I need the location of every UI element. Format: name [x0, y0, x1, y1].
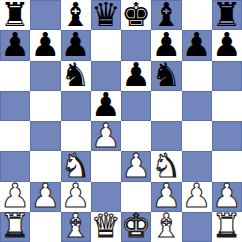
white-rook-piece[interactable]: ♜: [212, 209, 242, 242]
black-knight-piece[interactable]: ♞: [61, 58, 91, 91]
square-b1[interactable]: [30, 212, 60, 242]
square-g7[interactable]: ♟: [182, 30, 212, 60]
white-bishop-piece[interactable]: ♝: [61, 209, 91, 242]
square-c6[interactable]: ♞: [61, 61, 91, 91]
square-d1[interactable]: ♛: [91, 212, 121, 242]
square-h1[interactable]: ♜: [212, 212, 242, 242]
square-f6[interactable]: ♞: [151, 61, 181, 91]
white-rook-piece[interactable]: ♜: [0, 209, 30, 242]
square-a1[interactable]: ♜: [0, 212, 30, 242]
square-a7[interactable]: ♟: [0, 30, 30, 60]
square-h5[interactable]: [212, 91, 242, 121]
white-pawn-piece[interactable]: ♟: [91, 119, 121, 152]
square-e8[interactable]: ♚: [121, 0, 151, 30]
square-b2[interactable]: ♟: [30, 182, 60, 212]
square-b4[interactable]: [30, 121, 60, 151]
square-f1[interactable]: ♝: [151, 212, 181, 242]
white-king-piece[interactable]: ♚: [121, 209, 151, 242]
square-g5[interactable]: [182, 91, 212, 121]
white-pawn-piece[interactable]: ♟: [31, 179, 61, 212]
square-a4[interactable]: [0, 121, 30, 151]
square-d8[interactable]: ♛: [91, 0, 121, 30]
square-b6[interactable]: [30, 61, 60, 91]
white-pawn-piece[interactable]: ♟: [121, 149, 151, 182]
square-g2[interactable]: ♟: [182, 182, 212, 212]
white-queen-piece[interactable]: ♛: [91, 209, 121, 242]
square-h4[interactable]: [212, 121, 242, 151]
square-e5[interactable]: [121, 91, 151, 121]
square-d7[interactable]: [91, 30, 121, 60]
square-g4[interactable]: [182, 121, 212, 151]
square-g6[interactable]: [182, 61, 212, 91]
square-b5[interactable]: [30, 91, 60, 121]
square-a6[interactable]: [0, 61, 30, 91]
white-bishop-piece[interactable]: ♝: [152, 209, 182, 242]
black-king-piece[interactable]: ♚: [121, 0, 151, 31]
square-g1[interactable]: [182, 212, 212, 242]
square-c1[interactable]: ♝: [61, 212, 91, 242]
black-knight-piece[interactable]: ♞: [152, 58, 182, 91]
black-queen-piece[interactable]: ♛: [91, 0, 121, 31]
square-c5[interactable]: [61, 91, 91, 121]
square-a5[interactable]: [0, 91, 30, 121]
square-h6[interactable]: [212, 61, 242, 91]
chess-board: ♜♝♛♚♝♜♟♟♟♟♟♟♞♟♞♟♟♞♟♞♟♟♟♟♟♟♜♝♛♚♝♜: [0, 0, 242, 242]
square-e3[interactable]: ♟: [121, 151, 151, 181]
square-f5[interactable]: [151, 91, 181, 121]
square-b7[interactable]: ♟: [30, 30, 60, 60]
black-pawn-piece[interactable]: ♟: [0, 28, 30, 61]
square-d4[interactable]: ♟: [91, 121, 121, 151]
black-pawn-piece[interactable]: ♟: [212, 28, 242, 61]
black-pawn-piece[interactable]: ♟: [121, 58, 151, 91]
square-e1[interactable]: ♚: [121, 212, 151, 242]
square-d3[interactable]: [91, 151, 121, 181]
black-pawn-piece[interactable]: ♟: [182, 28, 212, 61]
black-pawn-piece[interactable]: ♟: [31, 28, 61, 61]
square-h7[interactable]: ♟: [212, 30, 242, 60]
square-e6[interactable]: ♟: [121, 61, 151, 91]
white-pawn-piece[interactable]: ♟: [182, 179, 212, 212]
